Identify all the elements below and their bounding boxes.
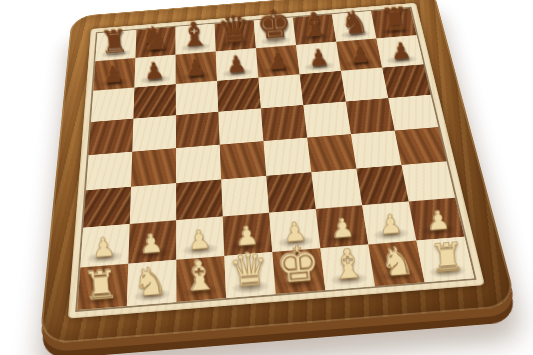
- square-f4[interactable]: [307, 134, 356, 172]
- piece-white-king[interactable]: ♚: [272, 240, 325, 290]
- square-d8[interactable]: ♛: [215, 21, 256, 52]
- square-d1[interactable]: ♛: [224, 252, 275, 298]
- piece-black-pawn[interactable]: ♟: [215, 53, 258, 78]
- square-f3[interactable]: [311, 169, 362, 209]
- piece-white-rook[interactable]: ♜: [75, 265, 127, 306]
- piece-white-pawn[interactable]: ♟: [126, 231, 176, 260]
- piece-black-knight[interactable]: ♞: [133, 22, 175, 55]
- square-g8[interactable]: ♞: [332, 11, 377, 42]
- board-maple-margin: ♜♞♝♛♚♝♞♜♟♟♟♟♟♟♟♟♟♟♟♟♟♟♟♟♜♞♝♛♚♝♞♜: [68, 3, 485, 319]
- square-a7[interactable]: ♟: [93, 58, 135, 91]
- square-h8[interactable]: ♜: [371, 8, 417, 39]
- piece-black-queen[interactable]: ♛: [213, 11, 256, 49]
- square-e5[interactable]: [261, 105, 307, 141]
- square-f6[interactable]: [300, 71, 346, 105]
- piece-black-king[interactable]: ♚: [253, 5, 296, 46]
- piece-black-pawn[interactable]: ♟: [339, 43, 382, 68]
- piece-black-pawn[interactable]: ♟: [380, 40, 423, 65]
- piece-black-bishop[interactable]: ♝: [293, 8, 336, 43]
- board-grid: ♜♞♝♛♚♝♞♜♟♟♟♟♟♟♟♟♟♟♟♟♟♟♟♟♜♞♝♛♚♝♞♜: [77, 8, 474, 310]
- square-b5[interactable]: [132, 115, 176, 151]
- piece-white-knight[interactable]: ♞: [124, 261, 176, 302]
- square-b6[interactable]: [133, 84, 175, 119]
- square-h4[interactable]: [395, 127, 447, 165]
- square-c6[interactable]: [176, 81, 219, 115]
- square-f5[interactable]: [303, 102, 351, 138]
- square-b7[interactable]: ♟: [134, 55, 175, 88]
- square-g6[interactable]: [341, 67, 388, 101]
- square-a1[interactable]: ♜: [77, 264, 128, 310]
- square-h1[interactable]: ♜: [416, 237, 474, 282]
- square-e3[interactable]: [266, 172, 315, 213]
- piece-black-pawn[interactable]: ♟: [92, 63, 135, 88]
- square-c7[interactable]: ♟: [176, 51, 217, 84]
- piece-black-pawn[interactable]: ♟: [256, 50, 299, 75]
- square-a2[interactable]: ♟: [80, 224, 129, 268]
- piece-white-pawn[interactable]: ♟: [366, 212, 416, 241]
- square-c5[interactable]: [176, 112, 220, 148]
- square-b3[interactable]: [130, 183, 176, 224]
- square-h3[interactable]: [401, 161, 455, 201]
- square-e1[interactable]: ♚: [272, 248, 325, 294]
- chess-board: ♜♞♝♛♚♝♞♜♟♟♟♟♟♟♟♟♟♟♟♟♟♟♟♟♜♞♝♛♚♝♞♜: [39, 0, 517, 345]
- square-g1[interactable]: ♞: [368, 241, 424, 287]
- piece-black-bishop[interactable]: ♝: [173, 17, 216, 52]
- square-d5[interactable]: [218, 108, 263, 144]
- piece-white-knight[interactable]: ♞: [371, 241, 423, 282]
- square-d6[interactable]: [217, 77, 261, 111]
- square-g5[interactable]: [346, 98, 395, 134]
- square-f8[interactable]: ♝: [293, 14, 336, 45]
- square-d3[interactable]: [221, 176, 269, 217]
- piece-black-pawn[interactable]: ♟: [298, 46, 341, 71]
- square-a8[interactable]: ♜: [95, 30, 136, 61]
- square-e4[interactable]: [263, 138, 311, 176]
- piece-black-rook[interactable]: ♜: [93, 25, 135, 58]
- square-b2[interactable]: ♟: [128, 220, 176, 263]
- piece-white-rook[interactable]: ♜: [421, 237, 473, 278]
- square-c4[interactable]: [176, 145, 221, 183]
- piece-white-pawn[interactable]: ♟: [79, 235, 129, 264]
- square-e8[interactable]: ♚: [254, 17, 296, 48]
- square-b8[interactable]: ♞: [135, 27, 175, 58]
- square-d7[interactable]: ♟: [216, 48, 259, 81]
- piece-white-queen[interactable]: ♛: [223, 248, 276, 294]
- square-c8[interactable]: ♝: [176, 24, 216, 55]
- board-scene: ♜♞♝♛♚♝♞♜♟♟♟♟♟♟♟♟♟♟♟♟♟♟♟♟♜♞♝♛♚♝♞♜: [14, 0, 519, 355]
- square-e6[interactable]: [258, 74, 303, 108]
- square-a5[interactable]: [88, 119, 133, 156]
- square-f1[interactable]: ♝: [320, 244, 375, 290]
- square-f7[interactable]: ♟: [296, 42, 341, 74]
- square-d4[interactable]: [220, 141, 267, 179]
- piece-white-bishop[interactable]: ♝: [173, 255, 226, 298]
- piece-white-pawn[interactable]: ♟: [414, 208, 464, 237]
- square-h5[interactable]: [388, 95, 438, 131]
- square-g3[interactable]: [356, 165, 408, 205]
- square-e7[interactable]: ♟: [256, 45, 300, 77]
- square-h6[interactable]: [382, 64, 431, 98]
- square-a3[interactable]: [83, 187, 131, 228]
- square-c1[interactable]: ♝: [176, 256, 226, 302]
- square-b4[interactable]: [131, 148, 176, 187]
- square-a6[interactable]: [91, 87, 135, 122]
- piece-black-pawn[interactable]: ♟: [133, 60, 176, 85]
- square-b1[interactable]: ♞: [127, 260, 177, 306]
- piece-black-pawn[interactable]: ♟: [174, 56, 217, 81]
- square-g7[interactable]: ♟: [336, 39, 382, 71]
- board-photo: ♜♞♝♛♚♝♞♜♟♟♟♟♟♟♟♟♟♟♟♟♟♟♟♟♜♞♝♛♚♝♞♜: [14, 0, 519, 355]
- square-h7[interactable]: ♟: [376, 35, 423, 67]
- piece-black-rook[interactable]: ♜: [373, 3, 415, 36]
- piece-white-bishop[interactable]: ♝: [322, 243, 375, 286]
- square-c3[interactable]: [176, 179, 223, 220]
- piece-black-knight[interactable]: ♞: [333, 6, 375, 39]
- square-a4[interactable]: [86, 152, 132, 191]
- square-g4[interactable]: [351, 131, 402, 169]
